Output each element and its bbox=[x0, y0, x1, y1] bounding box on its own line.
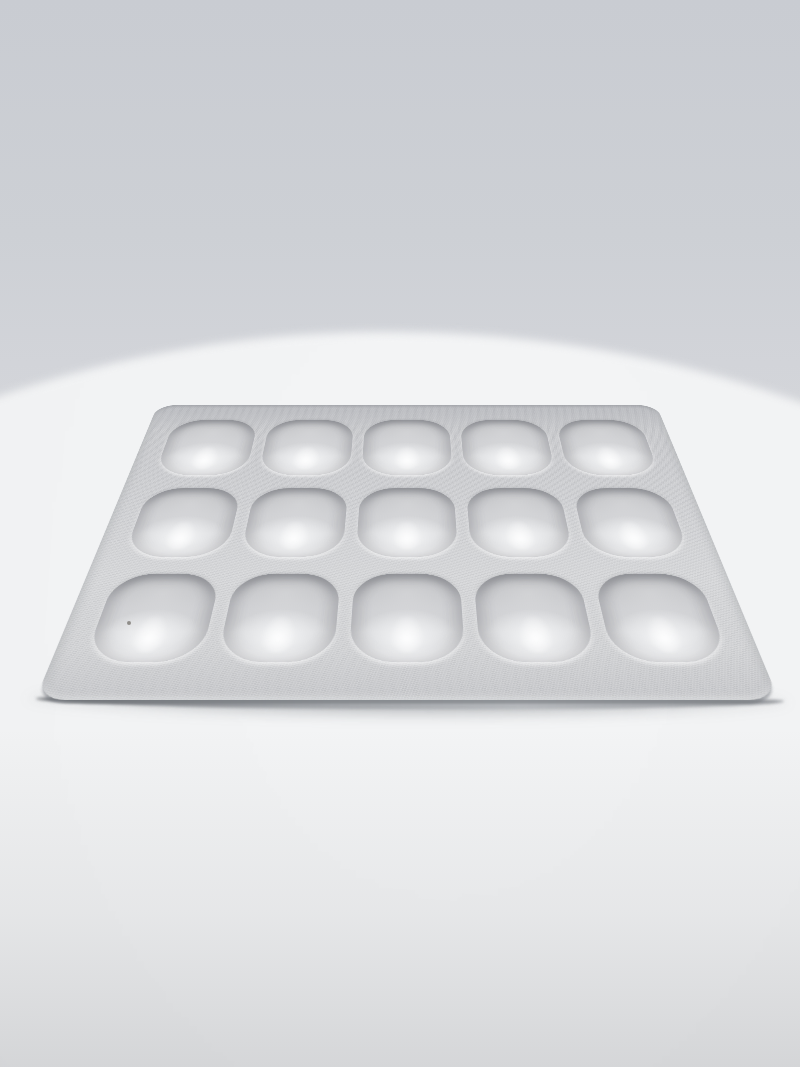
blister-dome-r3c5-intact bbox=[592, 574, 730, 662]
blister-dome-r1c4-intact bbox=[460, 420, 556, 475]
blister-dome-r2c3-intact bbox=[356, 488, 459, 557]
floor-shading bbox=[0, 727, 800, 1067]
blister-dome-r1c2-intact bbox=[258, 420, 354, 475]
blister-dome-r1c5-intact bbox=[555, 420, 660, 475]
blister-dome-r3c1-intact bbox=[84, 574, 222, 662]
blister-dome-r3c4-intact bbox=[473, 574, 597, 662]
blister-dome-r3c2-intact bbox=[216, 574, 340, 662]
blister-dome-r2c4-intact bbox=[466, 488, 574, 557]
foil-speck bbox=[127, 621, 131, 625]
blister-dome-r1c3-intact bbox=[361, 420, 452, 475]
blister-dome-r2c1-intact bbox=[123, 488, 242, 557]
blister-dome-r1c1-intact bbox=[154, 420, 259, 475]
blister-grid bbox=[72, 415, 743, 673]
photo-scene bbox=[0, 0, 800, 1067]
blister-dome-r2c5-intact bbox=[572, 488, 691, 557]
blister-pack-perspective-wrap bbox=[35, 77, 779, 700]
blister-dome-r3c3-intact bbox=[349, 574, 466, 662]
blister-pack bbox=[35, 405, 779, 700]
blister-dome-r2c2-intact bbox=[239, 488, 347, 557]
